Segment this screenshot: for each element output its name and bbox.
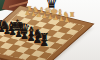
black-queen-standalone: ♛	[46, 0, 58, 10]
board-grid	[0, 11, 84, 60]
chess-set-photo: ♜♞♝♛♚♝♞♜♟♟♟♟♟♟♟♟♜♞♝♚♛♝♞♜♟♟♟♟♟♟♟♟♛	[0, 0, 100, 60]
chess-board	[0, 6, 93, 60]
